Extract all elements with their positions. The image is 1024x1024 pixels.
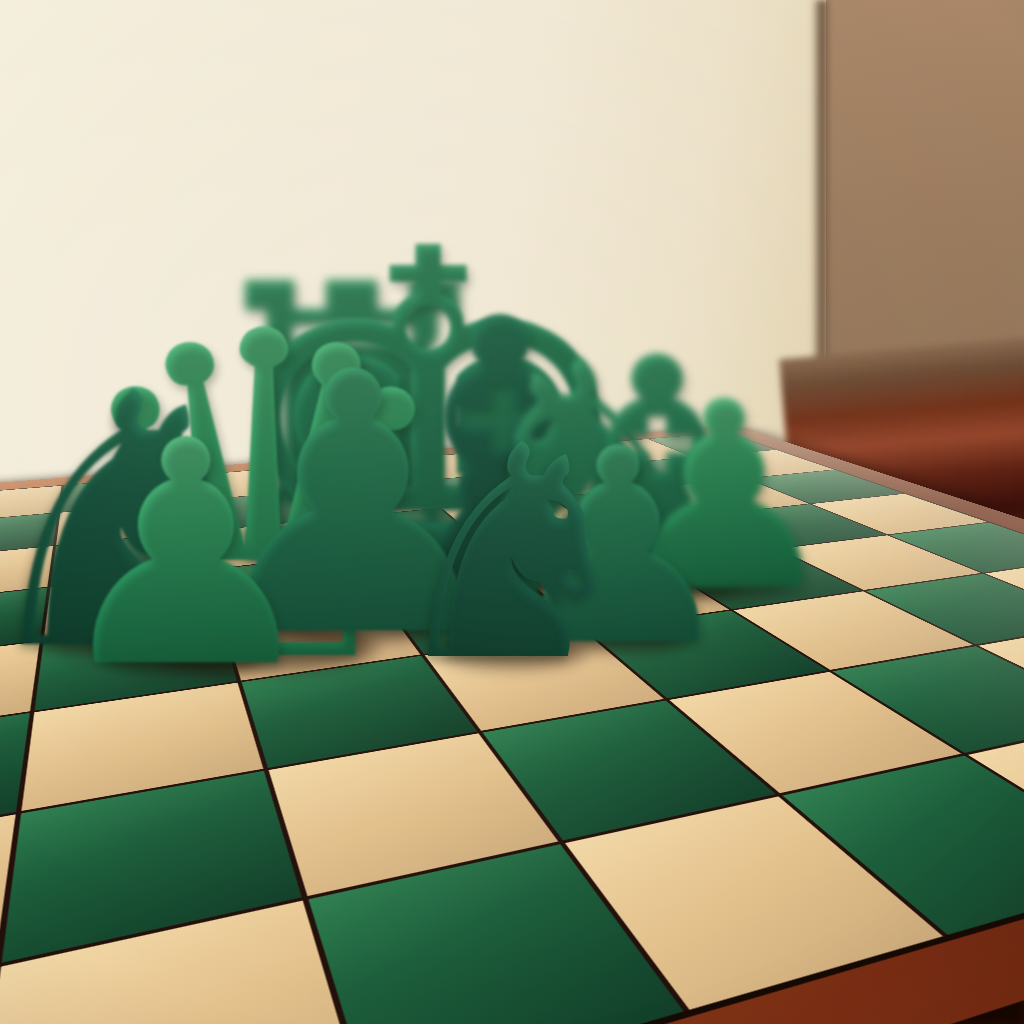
piece-pawn-left[interactable]: ♟: [31, 400, 341, 710]
photo-scene: ♜♚♝♞♝♟♛♟♞♟♟♞: [0, 0, 1024, 1024]
piece-layer: ♜♚♝♞♝♟♛♟♞♟♟♞: [0, 0, 1024, 1024]
piece-knight-foreground[interactable]: ♞: [365, 407, 660, 702]
